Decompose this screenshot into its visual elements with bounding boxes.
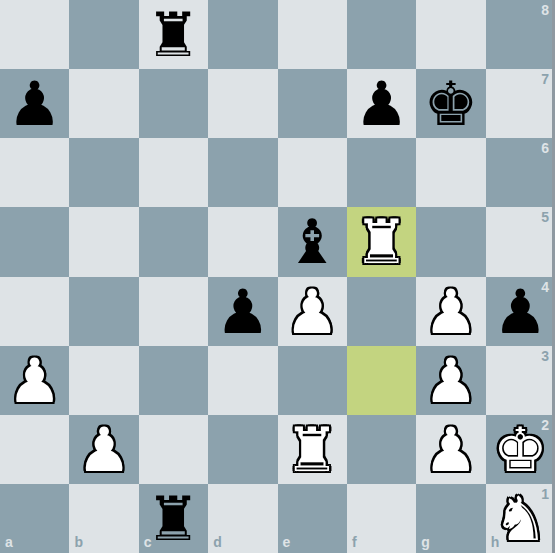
square-g7[interactable]: ♚ bbox=[416, 69, 485, 138]
square-d3[interactable] bbox=[208, 346, 277, 415]
square-b7[interactable] bbox=[69, 69, 138, 138]
square-a5[interactable] bbox=[0, 207, 69, 276]
square-c1[interactable]: ♜c bbox=[139, 484, 208, 553]
rank-label-4: 4 bbox=[541, 280, 549, 294]
black-king[interactable]: ♚ bbox=[424, 73, 479, 134]
white-knight[interactable]: ♞ bbox=[493, 488, 548, 549]
square-e4[interactable]: ♟ bbox=[278, 277, 347, 346]
file-label-a: a bbox=[5, 535, 13, 549]
white-pawn[interactable]: ♟ bbox=[424, 281, 479, 342]
square-h2[interactable]: ♚2 bbox=[486, 415, 555, 484]
square-c3[interactable] bbox=[139, 346, 208, 415]
black-pawn[interactable]: ♟ bbox=[7, 73, 62, 134]
square-h3[interactable]: 3 bbox=[486, 346, 555, 415]
square-b3[interactable] bbox=[69, 346, 138, 415]
square-e8[interactable] bbox=[278, 0, 347, 69]
square-b1[interactable]: b bbox=[69, 484, 138, 553]
square-a7[interactable]: ♟ bbox=[0, 69, 69, 138]
square-f3[interactable] bbox=[347, 346, 416, 415]
square-h4[interactable]: ♟4 bbox=[486, 277, 555, 346]
square-e2[interactable]: ♜ bbox=[278, 415, 347, 484]
square-a8[interactable] bbox=[0, 0, 69, 69]
square-d2[interactable] bbox=[208, 415, 277, 484]
square-g4[interactable]: ♟ bbox=[416, 277, 485, 346]
square-f6[interactable] bbox=[347, 138, 416, 207]
square-a2[interactable] bbox=[0, 415, 69, 484]
square-d4[interactable]: ♟ bbox=[208, 277, 277, 346]
white-rook[interactable]: ♜ bbox=[285, 419, 340, 480]
square-e7[interactable] bbox=[278, 69, 347, 138]
square-c6[interactable] bbox=[139, 138, 208, 207]
square-h6[interactable]: 6 bbox=[486, 138, 555, 207]
square-d8[interactable] bbox=[208, 0, 277, 69]
square-h7[interactable]: 7 bbox=[486, 69, 555, 138]
square-b6[interactable] bbox=[69, 138, 138, 207]
rank-label-3: 3 bbox=[541, 349, 549, 363]
square-a1[interactable]: a bbox=[0, 484, 69, 553]
file-label-c: c bbox=[144, 535, 152, 549]
square-g5[interactable] bbox=[416, 207, 485, 276]
square-b8[interactable] bbox=[69, 0, 138, 69]
square-d6[interactable] bbox=[208, 138, 277, 207]
file-label-g: g bbox=[421, 535, 430, 549]
black-rook[interactable]: ♜ bbox=[146, 4, 201, 65]
white-pawn[interactable]: ♟ bbox=[424, 419, 479, 480]
square-h1[interactable]: ♞h1 bbox=[486, 484, 555, 553]
square-d7[interactable] bbox=[208, 69, 277, 138]
white-rook[interactable]: ♜ bbox=[354, 211, 409, 272]
file-label-b: b bbox=[74, 535, 83, 549]
black-rook[interactable]: ♜ bbox=[146, 488, 201, 549]
rank-label-1: 1 bbox=[541, 487, 549, 501]
square-f1[interactable]: f bbox=[347, 484, 416, 553]
black-pawn[interactable]: ♟ bbox=[354, 73, 409, 134]
square-e6[interactable] bbox=[278, 138, 347, 207]
square-e5[interactable]: ♝ bbox=[278, 207, 347, 276]
square-b2[interactable]: ♟ bbox=[69, 415, 138, 484]
white-pawn[interactable]: ♟ bbox=[77, 419, 132, 480]
square-f8[interactable] bbox=[347, 0, 416, 69]
square-c7[interactable] bbox=[139, 69, 208, 138]
square-a3[interactable]: ♟ bbox=[0, 346, 69, 415]
file-label-f: f bbox=[352, 535, 357, 549]
black-pawn[interactable]: ♟ bbox=[215, 281, 270, 342]
white-pawn[interactable]: ♟ bbox=[424, 350, 479, 411]
square-f5[interactable]: ♜ bbox=[347, 207, 416, 276]
square-f4[interactable] bbox=[347, 277, 416, 346]
square-b4[interactable] bbox=[69, 277, 138, 346]
file-label-h: h bbox=[491, 535, 500, 549]
white-pawn[interactable]: ♟ bbox=[285, 281, 340, 342]
square-d1[interactable]: d bbox=[208, 484, 277, 553]
square-g6[interactable] bbox=[416, 138, 485, 207]
square-g1[interactable]: g bbox=[416, 484, 485, 553]
white-king[interactable]: ♚ bbox=[493, 419, 548, 480]
rank-label-6: 6 bbox=[541, 141, 549, 155]
square-a6[interactable] bbox=[0, 138, 69, 207]
square-h5[interactable]: 5 bbox=[486, 207, 555, 276]
rank-label-7: 7 bbox=[541, 72, 549, 86]
square-c2[interactable] bbox=[139, 415, 208, 484]
rank-label-5: 5 bbox=[541, 210, 549, 224]
square-g8[interactable] bbox=[416, 0, 485, 69]
rank-label-2: 2 bbox=[541, 418, 549, 432]
square-f2[interactable] bbox=[347, 415, 416, 484]
square-e1[interactable]: e bbox=[278, 484, 347, 553]
square-a4[interactable] bbox=[0, 277, 69, 346]
square-d5[interactable] bbox=[208, 207, 277, 276]
square-g2[interactable]: ♟ bbox=[416, 415, 485, 484]
square-c5[interactable] bbox=[139, 207, 208, 276]
black-bishop[interactable]: ♝ bbox=[285, 211, 340, 272]
square-f7[interactable]: ♟ bbox=[347, 69, 416, 138]
square-c8[interactable]: ♜ bbox=[139, 0, 208, 69]
file-label-d: d bbox=[213, 535, 222, 549]
square-g3[interactable]: ♟ bbox=[416, 346, 485, 415]
file-label-e: e bbox=[283, 535, 291, 549]
white-pawn[interactable]: ♟ bbox=[7, 350, 62, 411]
square-c4[interactable] bbox=[139, 277, 208, 346]
rank-label-8: 8 bbox=[541, 3, 549, 17]
square-e3[interactable] bbox=[278, 346, 347, 415]
chess-board: ♜8♟♟♚76♝♜5♟♟♟♟4♟♟3♟♜♟♚2ab♜cdefg♞h1 bbox=[0, 0, 555, 553]
black-pawn[interactable]: ♟ bbox=[493, 281, 548, 342]
square-h8[interactable]: 8 bbox=[486, 0, 555, 69]
square-b5[interactable] bbox=[69, 207, 138, 276]
